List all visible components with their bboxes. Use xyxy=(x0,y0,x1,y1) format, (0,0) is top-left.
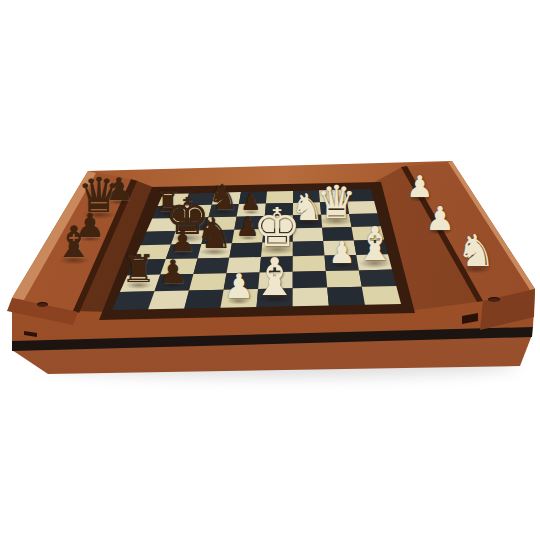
piece-white-pawn-d1: ♟ xyxy=(224,270,254,304)
piece-black-pawn-b2: ♟ xyxy=(158,256,187,288)
piece-black-knight-c4: ♞ xyxy=(195,213,233,255)
tray-piece-white-pawn: ♟ xyxy=(425,202,455,235)
tray-piece-white-pawn: ♟ xyxy=(407,172,434,202)
right-tray-finger-hole xyxy=(488,297,500,302)
chess-set-product-photo: ♟♟♟♟♞♜♛♛♞♟♟♟♚♚♞♟♝♝♟♞♟♜♝♟ xyxy=(0,0,540,540)
piece-white-bishop-h3: ♝ xyxy=(354,221,396,267)
left-tray-finger-hole xyxy=(37,302,48,307)
piece-white-pawn-g3: ♟ xyxy=(328,238,355,268)
tray-piece-black-bishop: ♝ xyxy=(55,221,94,264)
piece-black-rook-a2: ♜ xyxy=(122,250,156,288)
tray-piece-white-knight: ♞ xyxy=(456,229,495,273)
piece-white-bishop-e1: ♝ xyxy=(252,252,298,304)
